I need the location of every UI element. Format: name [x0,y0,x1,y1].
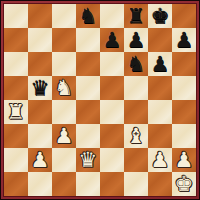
piece-white-pawn-icon[interactable]: ♟ [151,148,170,172]
square-d6[interactable] [76,52,100,76]
square-e7[interactable]: ♟ [100,28,124,52]
square-a2[interactable] [4,148,28,172]
piece-black-rook-icon[interactable]: ♜ [127,4,146,28]
square-a6[interactable] [4,52,28,76]
piece-black-knight-icon[interactable]: ♞ [79,4,98,28]
piece-white-pawn-icon[interactable]: ♟ [31,148,50,172]
square-b2[interactable]: ♟ [28,148,52,172]
square-d3[interactable] [76,124,100,148]
piece-black-pawn-icon[interactable]: ♟ [175,28,194,52]
square-b3[interactable] [28,124,52,148]
square-h4[interactable] [172,100,196,124]
square-c3[interactable]: ♟ [52,124,76,148]
piece-black-pawn-icon[interactable]: ♟ [103,28,122,52]
square-d8[interactable]: ♞ [76,4,100,28]
square-a4[interactable]: ♜ [4,100,28,124]
square-c7[interactable] [52,28,76,52]
square-e5[interactable] [100,76,124,100]
piece-white-king-icon[interactable]: ♚ [175,172,194,196]
square-e2[interactable] [100,148,124,172]
square-h6[interactable] [172,52,196,76]
square-c5[interactable]: ♞ [52,76,76,100]
square-c1[interactable] [52,172,76,196]
board-frame: ♞♜♚♟♟♟♞♟♛♞♜♟♝♟♛♟♟♚ [0,0,200,200]
square-f4[interactable] [124,100,148,124]
square-h8[interactable] [172,4,196,28]
square-d5[interactable] [76,76,100,100]
piece-black-pawn-icon[interactable]: ♟ [151,52,170,76]
square-h5[interactable] [172,76,196,100]
square-b5[interactable]: ♛ [28,76,52,100]
square-a8[interactable] [4,4,28,28]
square-g3[interactable] [148,124,172,148]
square-f3[interactable]: ♝ [124,124,148,148]
square-d1[interactable] [76,172,100,196]
square-h1[interactable]: ♚ [172,172,196,196]
square-b7[interactable] [28,28,52,52]
square-b4[interactable] [28,100,52,124]
square-g1[interactable] [148,172,172,196]
square-d4[interactable] [76,100,100,124]
square-c8[interactable] [52,4,76,28]
square-c6[interactable] [52,52,76,76]
piece-white-pawn-icon[interactable]: ♟ [175,148,194,172]
square-f2[interactable] [124,148,148,172]
piece-white-knight-icon[interactable]: ♞ [55,76,74,100]
square-b6[interactable] [28,52,52,76]
piece-black-queen-icon[interactable]: ♛ [31,76,50,100]
square-b8[interactable] [28,4,52,28]
piece-black-king-icon[interactable]: ♚ [151,4,170,28]
square-g7[interactable] [148,28,172,52]
square-a3[interactable] [4,124,28,148]
square-d2[interactable]: ♛ [76,148,100,172]
square-g4[interactable] [148,100,172,124]
square-f5[interactable] [124,76,148,100]
square-e4[interactable] [100,100,124,124]
square-f7[interactable]: ♟ [124,28,148,52]
square-c4[interactable] [52,100,76,124]
chess-board: ♞♜♚♟♟♟♞♟♛♞♜♟♝♟♛♟♟♚ [3,3,197,197]
square-a1[interactable] [4,172,28,196]
square-h2[interactable]: ♟ [172,148,196,172]
piece-white-queen-icon[interactable]: ♛ [79,148,98,172]
square-g8[interactable]: ♚ [148,4,172,28]
square-f8[interactable]: ♜ [124,4,148,28]
square-b1[interactable] [28,172,52,196]
square-e1[interactable] [100,172,124,196]
square-f1[interactable] [124,172,148,196]
square-h3[interactable] [172,124,196,148]
square-f6[interactable]: ♞ [124,52,148,76]
square-e3[interactable] [100,124,124,148]
square-g5[interactable] [148,76,172,100]
piece-white-rook-icon[interactable]: ♜ [7,100,26,124]
square-h7[interactable]: ♟ [172,28,196,52]
square-e6[interactable] [100,52,124,76]
square-c2[interactable] [52,148,76,172]
piece-black-knight-icon[interactable]: ♞ [127,52,146,76]
piece-white-bishop-icon[interactable]: ♝ [127,124,146,148]
square-a7[interactable] [4,28,28,52]
square-d7[interactable] [76,28,100,52]
square-g2[interactable]: ♟ [148,148,172,172]
square-g6[interactable]: ♟ [148,52,172,76]
piece-white-pawn-icon[interactable]: ♟ [55,124,74,148]
square-e8[interactable] [100,4,124,28]
square-a5[interactable] [4,76,28,100]
piece-black-pawn-icon[interactable]: ♟ [127,28,146,52]
